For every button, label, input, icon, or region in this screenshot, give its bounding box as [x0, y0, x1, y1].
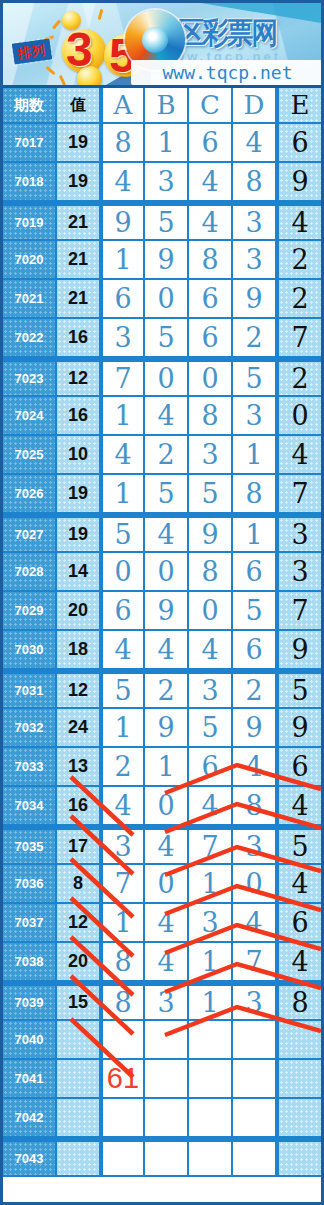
period-cell: 7034: [3, 787, 55, 826]
site-url-strip[interactable]: www.tqcp.net: [131, 60, 321, 85]
period-cell: 7042: [3, 1099, 55, 1138]
digit-cell: [143, 1021, 187, 1060]
digit-cell: 5: [143, 319, 187, 358]
period-cell: 7040: [3, 1021, 55, 1060]
period-cell: 7043: [3, 1142, 55, 1177]
digit-cell: 6: [275, 124, 321, 163]
table-row: 70271954913: [3, 514, 321, 553]
digit-cell: 4: [143, 830, 187, 865]
table-row: 70251042314: [3, 436, 321, 475]
digit-cell: 1: [187, 986, 231, 1021]
digit-cell: 4: [143, 904, 187, 943]
digit-cell: 9: [143, 592, 187, 631]
period-cell: 7028: [3, 553, 55, 592]
digit-cell: 3: [187, 904, 231, 943]
digit-cell: 5: [231, 362, 275, 397]
digit-cell: 8: [187, 553, 231, 592]
digit-cell: 4: [187, 787, 231, 826]
period-cell: 7019: [3, 206, 55, 241]
digit-cell: 5: [231, 592, 275, 631]
sum-cell: 21: [55, 280, 99, 319]
table-row: 70231270052: [3, 358, 321, 397]
digit-cell: 1: [99, 709, 143, 748]
table-row: 70311252325: [3, 670, 321, 709]
digit-cell: 4: [143, 518, 187, 553]
digit-cell: 4: [187, 163, 231, 202]
table-row: 70261915587: [3, 475, 321, 514]
digit-cell: [275, 1099, 321, 1138]
digit-cell: [187, 1142, 231, 1177]
sum-cell: 21: [55, 206, 99, 241]
digit-cell: 9: [231, 280, 275, 319]
digit-cell: 2: [231, 674, 275, 709]
digit-cell: 8: [275, 986, 321, 1021]
table-row: 70181943489: [3, 163, 321, 202]
digit-cell: 4: [275, 206, 321, 241]
table-row: 7043: [3, 1138, 321, 1177]
digit-cell: 6: [275, 904, 321, 943]
digit-cell: 6: [187, 124, 231, 163]
digit-cell: 6: [231, 631, 275, 670]
table-row: 70221635627: [3, 319, 321, 358]
sum-cell: 19: [55, 163, 99, 202]
digit-cell: 2: [231, 319, 275, 358]
table-row: 70241614830: [3, 397, 321, 436]
digit-cell: [231, 1099, 275, 1138]
digit-cell: 4: [143, 397, 187, 436]
digit-cell: 0: [187, 592, 231, 631]
period-cell: 7032: [3, 709, 55, 748]
sum-cell: 12: [55, 362, 99, 397]
digit-cell: 61: [99, 1060, 143, 1099]
sum-cell: 17: [55, 830, 99, 865]
digit-cell: 6: [187, 280, 231, 319]
digit-cell: 3: [187, 674, 231, 709]
table-row: 70371214346: [3, 904, 321, 943]
digit-cell: 1: [99, 397, 143, 436]
digit-cell: 4: [275, 865, 321, 904]
digit-cell: [99, 1099, 143, 1138]
period-cell: 7020: [3, 241, 55, 280]
sum-cell: 16: [55, 787, 99, 826]
period-cell: 7018: [3, 163, 55, 202]
digit-cell: 3: [187, 436, 231, 475]
period-cell: 7025: [3, 436, 55, 475]
digit-cell: 5: [143, 475, 187, 514]
digit-cell: 4: [99, 787, 143, 826]
period-cell: 7023: [3, 362, 55, 397]
sum-cell: 20: [55, 943, 99, 982]
digit-cell: 8: [99, 124, 143, 163]
digit-cell: [143, 1060, 187, 1099]
digit-cell: 5: [143, 206, 187, 241]
digit-cell: 8: [231, 787, 275, 826]
digit-cell: [143, 1099, 187, 1138]
digit-cell: 8: [99, 986, 143, 1021]
digit-cell: 2: [143, 436, 187, 475]
digit-cell: 1: [143, 124, 187, 163]
digit-cell: 1: [187, 865, 231, 904]
digit-cell: [275, 1021, 321, 1060]
period-cell: 7030: [3, 631, 55, 670]
period-cell: 7036: [3, 865, 55, 904]
digit-cell: 8: [187, 241, 231, 280]
period-cell: 7021: [3, 280, 55, 319]
digit-cell: 4: [275, 436, 321, 475]
sum-cell: 16: [55, 397, 99, 436]
digit-cell: [231, 1021, 275, 1060]
digit-cell: 0: [143, 787, 187, 826]
digit-cell: 5: [187, 475, 231, 514]
digit-cell: 9: [231, 709, 275, 748]
digit-cell: 0: [143, 553, 187, 592]
digit-cell: 4: [231, 904, 275, 943]
table-row: 70331321646: [3, 748, 321, 787]
digit-cell: 9: [99, 206, 143, 241]
digit-cell: 5: [187, 709, 231, 748]
sum-cell: 15: [55, 986, 99, 1021]
digit-cell: [231, 1060, 275, 1099]
period-cell: 7035: [3, 830, 55, 865]
digit-cell: 1: [99, 475, 143, 514]
table-row: 70202119832: [3, 241, 321, 280]
column-header-2: A: [99, 88, 143, 124]
period-cell: 7038: [3, 943, 55, 982]
period-cell: 7037: [3, 904, 55, 943]
period-cell: 7026: [3, 475, 55, 514]
sun-ray-decor: [98, 9, 104, 20]
digit-cell: 7: [231, 943, 275, 982]
table-header-row: 期数值ABCDE: [3, 88, 321, 124]
digit-cell: 8: [231, 163, 275, 202]
sum-cell: 24: [55, 709, 99, 748]
table-row: 70341640484: [3, 787, 321, 826]
digit-cell: 7: [187, 830, 231, 865]
digit-cell: 7: [99, 362, 143, 397]
digit-cell: 9: [143, 709, 187, 748]
digit-cell: 3: [231, 241, 275, 280]
digit-cell: [275, 1060, 321, 1099]
sum-cell: 10: [55, 436, 99, 475]
column-header-1: 值: [55, 88, 99, 124]
digit-cell: 9: [143, 241, 187, 280]
digit-cell: 4: [231, 748, 275, 787]
digit-cell: 3: [231, 986, 275, 1021]
digit-cell: 8: [187, 397, 231, 436]
digit-cell: [143, 1142, 187, 1177]
sum-cell: 19: [55, 124, 99, 163]
digit-cell: 0: [231, 865, 275, 904]
digit-cell: 6: [99, 280, 143, 319]
sum-cell: 14: [55, 553, 99, 592]
digit-cell: 6: [187, 748, 231, 787]
digit-cell: [187, 1021, 231, 1060]
column-header-4: C: [187, 88, 231, 124]
table-row: 70292069057: [3, 592, 321, 631]
sun-ray-decor: [59, 75, 66, 86]
table-row: 70192195434: [3, 202, 321, 241]
digit-cell: 4: [99, 631, 143, 670]
table-row: 7036870104: [3, 865, 321, 904]
sum-cell: 13: [55, 748, 99, 787]
digit-cell: 9: [187, 518, 231, 553]
digit-cell: 9: [275, 163, 321, 202]
period-cell: 7031: [3, 674, 55, 709]
period-cell: 7039: [3, 986, 55, 1021]
column-header-0: 期数: [3, 88, 55, 124]
sun-ray-decor: [52, 19, 61, 29]
table-row: 70212160692: [3, 280, 321, 319]
site-url[interactable]: www.tqcp.net: [162, 62, 292, 83]
digit-cell: 1: [99, 904, 143, 943]
table-row: 70301844469: [3, 631, 321, 670]
sum-cell: 19: [55, 518, 99, 553]
sum-cell: 8: [55, 865, 99, 904]
digit-cell: 3: [231, 397, 275, 436]
digit-cell: 1: [231, 436, 275, 475]
table-row: 70171981646: [3, 124, 321, 163]
digit-cell: 0: [187, 362, 231, 397]
digit-cell: 1: [99, 241, 143, 280]
period-cell: 7022: [3, 319, 55, 358]
digit-cell: 7: [99, 865, 143, 904]
digit-cell: 4: [187, 631, 231, 670]
digit-cell: 9: [275, 709, 321, 748]
column-header-6: E: [275, 88, 321, 124]
site-banner: 排列 3 5 www.tqcp.net 特区彩票网 www.tqcp.net: [3, 3, 321, 88]
digit-cell: 6: [99, 592, 143, 631]
digit-cell: 4: [143, 631, 187, 670]
sum-cell: [55, 1060, 99, 1099]
digit-cell: [187, 1060, 231, 1099]
digit-cell: 3: [275, 553, 321, 592]
digit-cell: 5: [275, 674, 321, 709]
table-row: 70351734735: [3, 826, 321, 865]
column-header-5: D: [231, 88, 275, 124]
digit-cell: 1: [187, 943, 231, 982]
digit-cell: 1: [143, 748, 187, 787]
digit-cell: 2: [275, 241, 321, 280]
digit-cell: 2: [143, 674, 187, 709]
period-cell: 7027: [3, 518, 55, 553]
digit-cell: 3: [143, 986, 187, 1021]
digit-cell: 7: [275, 319, 321, 358]
period-cell: 7033: [3, 748, 55, 787]
digit-cell: 0: [143, 865, 187, 904]
sum-cell: 19: [55, 475, 99, 514]
digit-cell: 8: [99, 943, 143, 982]
digit-cell: 4: [187, 206, 231, 241]
sum-cell: [55, 1021, 99, 1060]
digit-cell: 0: [99, 553, 143, 592]
digit-cell: 0: [143, 280, 187, 319]
digit-cell: 4: [275, 787, 321, 826]
digit-cell: 4: [231, 124, 275, 163]
digit-cell: 7: [275, 475, 321, 514]
period-cell: 7041: [3, 1060, 55, 1099]
table-row: 70322419599: [3, 709, 321, 748]
sum-cell: 21: [55, 241, 99, 280]
digit-cell: [275, 1142, 321, 1177]
digit-cell: 3: [99, 319, 143, 358]
digit-cell: 2: [275, 362, 321, 397]
digit-cell: 2: [275, 280, 321, 319]
sum-cell: [55, 1142, 99, 1177]
digit-cell: 0: [275, 397, 321, 436]
digit-cell: 6: [187, 319, 231, 358]
digit-cell: 5: [275, 830, 321, 865]
digit-cell: 3: [275, 518, 321, 553]
digit-cell: 3: [99, 830, 143, 865]
digit-cell: 5: [99, 518, 143, 553]
digit-cell: [99, 1021, 143, 1060]
sum-cell: 16: [55, 319, 99, 358]
sum-cell: 12: [55, 674, 99, 709]
trend-table: 期数值ABCDE70171981646701819434897019219543…: [3, 88, 321, 1177]
digit-cell: 9: [275, 631, 321, 670]
digit-cell: 3: [231, 830, 275, 865]
sun-ray-decor: [45, 66, 55, 75]
period-cell: 7024: [3, 397, 55, 436]
digit-cell: [99, 1142, 143, 1177]
sum-cell: [55, 1099, 99, 1138]
period-cell: 7017: [3, 124, 55, 163]
period-cell: 7029: [3, 592, 55, 631]
table-row: 70391583138: [3, 982, 321, 1021]
sum-cell: 12: [55, 904, 99, 943]
digit-cell: 6: [275, 748, 321, 787]
digit-cell: [187, 1099, 231, 1138]
digit-cell: 1: [231, 518, 275, 553]
sum-cell: 18: [55, 631, 99, 670]
digit-cell: 4: [275, 943, 321, 982]
table-row: 704161: [3, 1060, 321, 1099]
lottery-trend-page: 排列 3 5 www.tqcp.net 特区彩票网 www.tqcp.net 期…: [0, 0, 324, 1205]
column-header-3: B: [143, 88, 187, 124]
digit-cell: 7: [275, 592, 321, 631]
digit-cell: 6: [231, 553, 275, 592]
digit-cell: 5: [99, 674, 143, 709]
digit-cell: 4: [99, 163, 143, 202]
digit-cell: 3: [231, 206, 275, 241]
pailie-stamp: 排列: [12, 38, 53, 64]
pailie-stamp-label: 排列: [17, 41, 47, 63]
digit-cell: 4: [99, 436, 143, 475]
digit-cell: 3: [143, 163, 187, 202]
digit-cell: 4: [143, 943, 187, 982]
digit-cell: 0: [143, 362, 187, 397]
table-row: 7040: [3, 1021, 321, 1060]
table-row: 70382084174: [3, 943, 321, 982]
digit-cell: 8: [231, 475, 275, 514]
sum-cell: 20: [55, 592, 99, 631]
red-annotation-61: 61: [107, 1064, 139, 1093]
digit-cell: [231, 1142, 275, 1177]
big-digit-3: 3: [66, 26, 93, 74]
digit-cell: 2: [99, 748, 143, 787]
table-row: 70281400863: [3, 553, 321, 592]
table-row: 7042: [3, 1099, 321, 1138]
